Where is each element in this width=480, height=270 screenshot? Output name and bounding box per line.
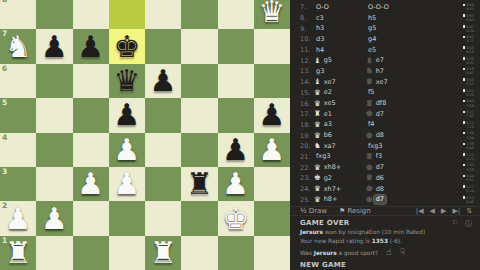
white-pawn-b2[interactable]: ♟ <box>36 201 72 235</box>
square-c5[interactable] <box>73 98 109 132</box>
move-number: 15. <box>300 89 314 97</box>
game-over-section: GAME OVER ⚐ ⓘ Jersurs won by resignation… <box>290 216 480 244</box>
white-piece-icon: ♛ <box>314 89 321 97</box>
move-row-20: 20.♞xa7fxg37:386:45 <box>300 141 476 152</box>
move-times: 9:429:22 <box>463 35 476 43</box>
move-times: 9:509:43 <box>463 14 476 22</box>
game-controls: ½ Draw ⚑ Resign |◀ ◀ ▶ ▶| ⇅ <box>290 206 480 216</box>
move-times: 7:567:04 <box>463 131 476 139</box>
move-number: 14. <box>300 78 314 86</box>
square-d4[interactable]: ♟ <box>109 133 145 167</box>
square-f7[interactable] <box>181 29 217 63</box>
square-e3[interactable] <box>145 167 181 201</box>
nav-toggle-icon[interactable]: ⇅ <box>466 207 472 215</box>
move-number: 16. <box>300 100 314 108</box>
square-a1[interactable]: 1♜ <box>0 236 36 270</box>
move-times: 6:445:31 <box>463 174 476 182</box>
move-navigation: |◀ ◀ ▶ ▶| ⇅ <box>416 207 472 215</box>
white-piece-icon: ♛ <box>314 100 321 108</box>
san-text: O-O <box>314 3 331 12</box>
move-number: 9. <box>300 25 314 33</box>
move-list: 7.O-OO-O-O9:549:518.c3h59:509:439.h3g59:… <box>290 0 480 205</box>
black-piece-icon: ♚ <box>366 110 373 118</box>
white-move[interactable]: ♛a3 <box>314 120 366 129</box>
san-text: d8 <box>374 185 386 194</box>
square-f1[interactable] <box>181 236 217 270</box>
san-text: fxg3 <box>366 142 384 151</box>
black-piece-icon: ♜ <box>366 153 373 161</box>
black-move[interactable]: f5 <box>366 88 418 97</box>
square-g5[interactable] <box>218 98 254 132</box>
result-line: Jersurs won by resignation (10 min Rated… <box>300 229 472 236</box>
san-text: g3 <box>314 67 326 76</box>
square-c8[interactable] <box>73 0 109 29</box>
chesscom-app: 8♛7♞♟♟♚6♛♟5♟♟4♟♟♟3♟♟♜♟2♟♟♚1♜♜ Opening 7.… <box>0 0 480 270</box>
square-d7[interactable]: ♚ <box>109 29 145 63</box>
move-times: 9:188:47 <box>463 67 476 75</box>
san-text: d7 <box>374 195 386 204</box>
rank-label-6: 6 <box>2 64 7 73</box>
draw-label: Draw <box>309 207 327 215</box>
white-move[interactable]: ♝g5 <box>314 56 366 65</box>
san-text: h8+ <box>322 195 340 204</box>
square-a5[interactable]: 5 <box>0 98 36 132</box>
resign-flag-icon: ⚑ <box>339 207 345 215</box>
square-f8[interactable] <box>181 0 217 29</box>
white-move[interactable]: ♜e1 <box>314 110 366 119</box>
square-g2[interactable]: ♚ <box>218 201 254 235</box>
square-g4[interactable]: ♟ <box>218 133 254 167</box>
move-row-17: 17.♜e1♚d78:277:42 <box>300 109 476 120</box>
square-b4[interactable] <box>36 133 72 167</box>
move-row-19: 19.♛b6♚d87:567:04 <box>300 130 476 141</box>
san-text: f4 <box>366 120 376 129</box>
san-text: e7 <box>374 56 386 65</box>
white-knight-a7[interactable]: ♞ <box>0 29 36 63</box>
san-text: c3 <box>314 14 326 23</box>
move-number: 22. <box>300 164 314 172</box>
san-text: d6 <box>374 174 386 183</box>
san-text: g5 <box>366 24 378 33</box>
square-a6[interactable]: 6 <box>0 64 36 98</box>
black-move[interactable]: ♚d7 <box>366 163 418 172</box>
move-times: 7:216:22 <box>463 153 476 161</box>
black-rook-f3[interactable]: ♜ <box>181 167 217 201</box>
square-b2[interactable]: ♟ <box>36 201 72 235</box>
move-number: 19. <box>300 132 314 140</box>
san-text: d3 <box>314 35 326 44</box>
square-a8[interactable]: 8 <box>0 0 36 29</box>
move-times: 9:549:51 <box>463 3 476 11</box>
square-h2[interactable] <box>254 201 290 235</box>
square-e2[interactable] <box>145 201 181 235</box>
white-rook-e1[interactable]: ♜ <box>145 236 181 270</box>
draw-button[interactable]: ½ Draw <box>300 207 327 215</box>
white-pawn-d3[interactable]: ♟ <box>109 167 145 201</box>
square-d5[interactable]: ♟ <box>109 98 145 132</box>
san-text: d8 <box>374 131 386 140</box>
square-g8[interactable] <box>218 0 254 29</box>
square-b3[interactable] <box>36 167 72 201</box>
white-pawn-c3[interactable]: ♟ <box>73 167 109 201</box>
san-text: b6 <box>322 131 334 140</box>
white-pawn-g3[interactable]: ♟ <box>218 167 254 201</box>
move-times: 8:528:16 <box>463 89 476 97</box>
move-row-21: 21.fxg3♜f37:216:22 <box>300 152 476 163</box>
move-number: 25. <box>300 196 314 204</box>
san-text: d7 <box>374 110 386 119</box>
nav-last-button[interactable]: ▶| <box>452 207 460 215</box>
good-sport-question: Was Jersurs a good sport? <box>300 250 378 256</box>
black-pawn-d5[interactable]: ♟ <box>109 98 145 132</box>
winner-name: Jersurs <box>300 229 323 235</box>
san-text: f3 <box>374 152 384 161</box>
black-piece-icon: ♜ <box>366 100 373 108</box>
move-row-10: 10.d3g49:429:22 <box>300 34 476 45</box>
move-row-23: 23.♚g2♛d66:445:31 <box>300 173 476 184</box>
white-move[interactable]: h3 <box>314 24 366 33</box>
chess-board: 8♛7♞♟♟♚6♛♟5♟♟4♟♟♟3♟♟♜♟2♟♟♚1♜♜ <box>0 0 290 270</box>
move-number: 20. <box>300 142 314 150</box>
square-f3[interactable]: ♜ <box>181 167 217 201</box>
square-e4[interactable] <box>145 133 181 167</box>
black-move[interactable]: ♜f3 <box>366 152 418 161</box>
move-row-8: 8.c3h59:509:43 <box>300 13 476 24</box>
san-text: g2 <box>322 174 334 183</box>
white-move[interactable]: ♛h8+ <box>314 195 366 204</box>
san-text: fxg3 <box>314 152 332 161</box>
square-e8[interactable] <box>145 0 181 29</box>
black-move[interactable]: g4 <box>366 35 418 44</box>
black-pawn-g4[interactable]: ♟ <box>218 133 254 167</box>
san-text: h5 <box>366 14 378 23</box>
new-rating: 1353 <box>372 238 388 244</box>
square-c4[interactable] <box>73 133 109 167</box>
move-times: 9:389:15 <box>463 46 476 54</box>
rank-label-3: 3 <box>2 167 7 176</box>
square-f5[interactable] <box>181 98 217 132</box>
black-move[interactable]: ♚d7 <box>366 110 418 119</box>
san-text: f5 <box>366 88 376 97</box>
move-number: 12. <box>300 57 314 65</box>
move-times: 9:479:36 <box>463 25 476 33</box>
white-king-g2[interactable]: ♚ <box>218 201 254 235</box>
black-move[interactable]: f4 <box>366 120 418 129</box>
white-piece-icon: ♛ <box>314 164 321 172</box>
black-pawn-h5[interactable]: ♟ <box>254 98 290 132</box>
move-row-9: 9.h3g59:479:36 <box>300 23 476 34</box>
square-g1[interactable] <box>218 236 254 270</box>
black-move[interactable]: ♚d8 <box>366 185 418 194</box>
move-number: 23. <box>300 174 314 182</box>
white-move[interactable]: ♞xa7 <box>314 142 366 151</box>
black-piece-icon: ♛ <box>366 174 373 182</box>
white-move[interactable]: O-O <box>314 3 366 12</box>
square-e1[interactable]: ♜ <box>145 236 181 270</box>
san-text: xe7 <box>322 78 338 87</box>
move-row-13: 13.g3♞h79:188:47 <box>300 66 476 77</box>
square-h4[interactable]: ♟ <box>254 133 290 167</box>
san-text: e5 <box>366 46 378 55</box>
black-move[interactable]: ♝e7 <box>366 56 418 65</box>
black-move[interactable]: ♜df8 <box>366 99 418 108</box>
square-h7[interactable] <box>254 29 290 63</box>
black-move[interactable]: ♚d7 <box>366 195 418 204</box>
rank-label-4: 4 <box>2 133 7 142</box>
nav-first-button[interactable]: |◀ <box>416 207 424 215</box>
square-b6[interactable] <box>36 64 72 98</box>
good-sport-row: Was Jersurs a good sport? ☝ ☟ <box>290 244 480 257</box>
move-number: 10. <box>300 35 314 43</box>
white-move[interactable]: c3 <box>314 14 366 23</box>
move-row-18: 18.♛a3f48:117:25 <box>300 120 476 131</box>
square-a2[interactable]: 2♟ <box>0 201 36 235</box>
san-text: g5 <box>322 56 334 65</box>
move-row-24: 24.♛xh7+♚d86:275:06 <box>300 184 476 195</box>
move-row-11: 11.h4e59:389:15 <box>300 45 476 56</box>
white-move[interactable]: ♛xh8+ <box>314 163 366 172</box>
game-over-icons: ⚐ ⓘ <box>452 219 472 229</box>
square-d6[interactable]: ♛ <box>109 64 145 98</box>
resign-label: Resign <box>347 207 370 215</box>
nav-prev-button[interactable]: ◀ <box>430 207 435 215</box>
black-move[interactable]: e5 <box>366 46 418 55</box>
square-f4[interactable] <box>181 133 217 167</box>
white-piece-icon: ♛ <box>314 132 321 140</box>
rank-label-8: 8 <box>2 0 7 4</box>
move-times: 8:407:58 <box>463 99 476 107</box>
white-piece-icon: ♞ <box>314 142 321 150</box>
black-piece-icon: ♛ <box>366 78 373 86</box>
san-text: xe5 <box>322 99 338 108</box>
move-row-16: 16.♛xe5♜df88:407:58 <box>300 98 476 109</box>
black-move[interactable]: ♞h7 <box>366 67 418 76</box>
white-piece-icon: ♚ <box>314 174 321 182</box>
white-queen-h8[interactable]: ♛ <box>254 0 290 29</box>
white-piece-icon: ♛ <box>314 121 321 129</box>
san-text: O-O-O <box>366 3 391 12</box>
square-d2[interactable] <box>109 201 145 235</box>
black-queen-d6[interactable]: ♛ <box>109 64 145 98</box>
white-move[interactable]: fxg3 <box>314 152 366 161</box>
move-times: 8:117:25 <box>463 121 476 129</box>
move-row-25: 25.♛h8+♚d76:124:48 <box>300 194 476 205</box>
nav-next-button[interactable]: ▶ <box>441 207 446 215</box>
white-move[interactable]: ♛xe5 <box>314 99 366 108</box>
square-h1[interactable] <box>254 236 290 270</box>
black-pawn-b7[interactable]: ♟ <box>36 29 72 63</box>
move-row-7: 7.O-OO-O-O9:549:51 <box>300 2 476 13</box>
san-text: xa7 <box>322 142 338 151</box>
san-text: d7 <box>374 163 386 172</box>
white-move[interactable]: ♛b6 <box>314 131 366 140</box>
move-times: 8:277:42 <box>463 110 476 118</box>
square-e5[interactable] <box>145 98 181 132</box>
move-times: 9:058:31 <box>463 78 476 86</box>
move-number: 8. <box>300 14 314 22</box>
san-text: h4 <box>314 46 326 55</box>
san-text: e1 <box>322 110 334 119</box>
thumbs-down-icon[interactable]: ☟ <box>400 248 405 257</box>
black-piece-icon: ♝ <box>366 57 373 65</box>
white-move[interactable]: ♛e2 <box>314 88 366 97</box>
white-move[interactable]: ♛xh7+ <box>314 185 366 194</box>
square-b5[interactable] <box>36 98 72 132</box>
san-text: xe7 <box>374 78 390 87</box>
flag-icon[interactable]: ⚐ <box>452 219 458 229</box>
square-d1[interactable] <box>109 236 145 270</box>
white-piece-icon: ♛ <box>314 185 321 193</box>
white-piece-icon: ♝ <box>314 57 321 65</box>
black-piece-icon: ♞ <box>366 67 373 75</box>
square-g7[interactable] <box>218 29 254 63</box>
square-e7[interactable] <box>145 29 181 63</box>
white-move[interactable]: g3 <box>314 67 366 76</box>
square-f6[interactable] <box>181 64 217 98</box>
black-move[interactable]: g5 <box>366 24 418 33</box>
square-c2[interactable] <box>73 201 109 235</box>
square-b1[interactable] <box>36 236 72 270</box>
square-b7[interactable]: ♟ <box>36 29 72 63</box>
move-row-15: 15.♛e2f58:528:16 <box>300 88 476 99</box>
square-h5[interactable]: ♟ <box>254 98 290 132</box>
white-rook-a1[interactable]: ♜ <box>0 236 36 270</box>
move-times: 9:269:02 <box>463 57 476 65</box>
black-pawn-c7[interactable]: ♟ <box>73 29 109 63</box>
black-move[interactable]: ♛d6 <box>366 174 418 183</box>
square-h3[interactable] <box>254 167 290 201</box>
move-times: 7:386:45 <box>463 142 476 150</box>
move-number: 17. <box>300 110 314 118</box>
black-move[interactable]: ♛xe7 <box>366 78 418 87</box>
square-d3[interactable]: ♟ <box>109 167 145 201</box>
rating-line: Your new Rapid rating is 1353 (-6). <box>300 238 472 245</box>
move-row-12: 12.♝g5♝e79:269:02 <box>300 55 476 66</box>
square-c7[interactable]: ♟ <box>73 29 109 63</box>
square-e6[interactable]: ♟ <box>145 64 181 98</box>
san-text: df8 <box>374 99 389 108</box>
square-h8[interactable]: ♛ <box>254 0 290 29</box>
square-f2[interactable] <box>181 201 217 235</box>
black-move[interactable]: O-O-O <box>366 3 418 12</box>
rank-label-5: 5 <box>2 98 7 107</box>
san-text: a3 <box>322 120 334 129</box>
square-b8[interactable] <box>36 0 72 29</box>
white-pawn-h4[interactable]: ♟ <box>254 133 290 167</box>
thumbs-up-icon[interactable]: ☝ <box>386 248 391 257</box>
game-over-title: GAME OVER <box>300 219 472 227</box>
board-grid: 8♛7♞♟♟♚6♛♟5♟♟4♟♟♟3♟♟♜♟2♟♟♚1♜♜ <box>0 0 290 270</box>
move-times: 6:275:06 <box>463 185 476 193</box>
san-text: xh8+ <box>322 163 344 172</box>
resign-button[interactable]: ⚑ Resign <box>339 207 371 215</box>
white-move[interactable]: ♝xe7 <box>314 78 366 87</box>
draw-half-icon: ½ <box>300 207 307 215</box>
move-number: 18. <box>300 121 314 129</box>
white-piece-icon: ♛ <box>314 196 321 204</box>
black-piece-icon: ♚ <box>366 164 373 172</box>
move-number: 13. <box>300 67 314 75</box>
white-move[interactable]: ♚g2 <box>314 174 366 183</box>
san-text: h7 <box>374 67 386 76</box>
black-move[interactable]: h5 <box>366 14 418 23</box>
white-piece-icon: ♜ <box>314 110 321 118</box>
square-d8[interactable] <box>109 0 145 29</box>
square-c1[interactable] <box>73 236 109 270</box>
move-row-22: 22.♛xh8+♚d77:025:58 <box>300 162 476 173</box>
square-g3[interactable]: ♟ <box>218 167 254 201</box>
move-times: 6:124:48 <box>463 196 476 204</box>
black-king-d7[interactable]: ♚ <box>109 29 145 63</box>
move-number: 7. <box>300 3 314 11</box>
square-a4[interactable]: 4 <box>0 133 36 167</box>
white-piece-icon: ♝ <box>314 78 321 86</box>
san-text: h3 <box>314 24 326 33</box>
square-h6[interactable] <box>254 64 290 98</box>
white-pawn-d4[interactable]: ♟ <box>109 133 145 167</box>
black-pawn-e6[interactable]: ♟ <box>145 64 181 98</box>
move-times: 7:025:58 <box>463 163 476 171</box>
san-text: xh7+ <box>322 185 344 194</box>
move-number: 21. <box>300 153 314 161</box>
black-piece-icon: ♚ <box>366 196 373 204</box>
black-piece-icon: ♚ <box>366 185 373 193</box>
square-c6[interactable] <box>73 64 109 98</box>
square-c3[interactable]: ♟ <box>73 167 109 201</box>
san-text: g4 <box>366 35 378 44</box>
white-move[interactable]: d3 <box>314 35 366 44</box>
move-number: 11. <box>300 46 314 54</box>
side-panel: Opening 7.O-OO-O-O9:549:518.c3h59:509:43… <box>290 0 480 270</box>
new-game-title: NEW GAME <box>300 261 472 269</box>
move-row-14: 14.♝xe7♛xe79:058:31 <box>300 77 476 88</box>
info-icon[interactable]: ⓘ <box>465 219 472 229</box>
white-move[interactable]: h4 <box>314 46 366 55</box>
square-a7[interactable]: 7♞ <box>0 29 36 63</box>
black-move[interactable]: fxg3 <box>366 142 418 151</box>
white-pawn-a2[interactable]: ♟ <box>0 201 36 235</box>
square-g6[interactable] <box>218 64 254 98</box>
square-a3[interactable]: 3 <box>0 167 36 201</box>
new-game-section: NEW GAME <box>290 257 480 269</box>
black-piece-icon: ♚ <box>366 132 373 140</box>
san-text: e2 <box>322 88 334 97</box>
move-number: 24. <box>300 185 314 193</box>
black-move[interactable]: ♚d8 <box>366 131 418 140</box>
